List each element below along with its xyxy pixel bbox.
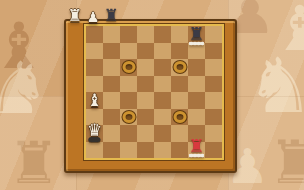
game-screen: ♝♞♜♟♝♞♜♟ ♜♟♜ ♜♝♛♜: [0, 0, 304, 190]
square-e1[interactable]: [154, 142, 171, 159]
square-g4[interactable]: [188, 92, 205, 109]
bishop-silhouette-top-left-icon: ♝: [0, 14, 47, 78]
black-rook-g8[interactable]: ♜: [188, 25, 204, 46]
square-h6[interactable]: [205, 59, 222, 76]
knight-silhouette-left-icon: ♞: [0, 52, 51, 124]
square-c3[interactable]: [120, 109, 137, 126]
square-d3[interactable]: [137, 109, 154, 126]
square-f7[interactable]: [171, 43, 188, 60]
rook-silhouette-bottom-left-icon: ♜: [8, 134, 60, 190]
square-d7[interactable]: [137, 43, 154, 60]
square-e6[interactable]: [154, 59, 171, 76]
hole-f6: [173, 61, 186, 73]
square-b3[interactable]: [103, 109, 120, 126]
square-d4[interactable]: [137, 92, 154, 109]
square-h5[interactable]: [205, 76, 222, 93]
square-b2[interactable]: [103, 125, 120, 142]
red-rook-g1[interactable]: ♜: [188, 137, 204, 158]
square-c6[interactable]: [120, 59, 137, 76]
knight-silhouette-right-icon: ♞: [246, 48, 304, 124]
square-b5[interactable]: [103, 76, 120, 93]
square-f8[interactable]: [171, 26, 188, 43]
square-f2[interactable]: [171, 125, 188, 142]
board-grid: ♜♝♛♜: [84, 24, 224, 160]
square-b6[interactable]: [103, 59, 120, 76]
square-f5[interactable]: [171, 76, 188, 93]
square-c8[interactable]: [120, 26, 137, 43]
square-h1[interactable]: [205, 142, 222, 159]
white-rook-icon: ♜: [68, 8, 82, 24]
square-a4[interactable]: ♝: [86, 92, 103, 109]
piece-pedestal-base: [89, 137, 101, 142]
square-d6[interactable]: [137, 59, 154, 76]
square-a6[interactable]: [86, 59, 103, 76]
square-e5[interactable]: [154, 76, 171, 93]
piece-ball-base: [189, 41, 204, 46]
hole-c3: [122, 111, 135, 123]
square-h3[interactable]: [205, 109, 222, 126]
square-c4[interactable]: [120, 92, 137, 109]
square-c7[interactable]: [120, 43, 137, 60]
square-a8[interactable]: [86, 26, 103, 43]
rook-silhouette-bottom-right-icon: ♜: [268, 132, 304, 190]
bishop-silhouette-top-right-icon: ♝: [272, 0, 304, 60]
square-c1[interactable]: [120, 142, 137, 159]
captured-white-pawn: ♟: [84, 2, 102, 24]
white-bishop-a4[interactable]: ♝: [87, 92, 102, 109]
square-d1[interactable]: [137, 142, 154, 159]
square-e8[interactable]: [154, 26, 171, 43]
captured-white-rook: ♜: [66, 2, 84, 24]
square-g5[interactable]: [188, 76, 205, 93]
square-b8[interactable]: [103, 26, 120, 43]
white-bishop-icon: ♝: [87, 92, 102, 109]
square-h7[interactable]: [205, 43, 222, 60]
square-d8[interactable]: [137, 26, 154, 43]
square-e3[interactable]: [154, 109, 171, 126]
square-g3[interactable]: [188, 109, 205, 126]
captured-black-rook: ♜: [102, 2, 120, 24]
square-d2[interactable]: [137, 125, 154, 142]
square-c5[interactable]: [120, 76, 137, 93]
square-f3[interactable]: [171, 109, 188, 126]
square-b4[interactable]: [103, 92, 120, 109]
square-h2[interactable]: [205, 125, 222, 142]
square-h4[interactable]: [205, 92, 222, 109]
square-b1[interactable]: [103, 142, 120, 159]
square-g6[interactable]: [188, 59, 205, 76]
square-b7[interactable]: [103, 43, 120, 60]
square-f1[interactable]: [171, 142, 188, 159]
square-h8[interactable]: [205, 26, 222, 43]
square-c2[interactable]: [120, 125, 137, 142]
white-queen-a2[interactable]: ♛: [87, 122, 102, 142]
hole-c6: [122, 61, 135, 73]
black-rook-icon: ♜: [103, 7, 118, 24]
white-pawn-icon: ♟: [87, 10, 100, 24]
square-f4[interactable]: [171, 92, 188, 109]
square-e7[interactable]: [154, 43, 171, 60]
square-g8[interactable]: ♜: [188, 26, 205, 43]
square-a1[interactable]: [86, 142, 103, 159]
square-d5[interactable]: [137, 76, 154, 93]
square-f6[interactable]: [171, 59, 188, 76]
square-e2[interactable]: [154, 125, 171, 142]
square-g1[interactable]: ♜: [188, 142, 205, 159]
hole-f3: [173, 111, 186, 123]
background-tile-shade-right: [228, 0, 304, 190]
piece-ball-base: [189, 153, 204, 158]
square-a2[interactable]: ♛: [86, 125, 103, 142]
square-e4[interactable]: [154, 92, 171, 109]
square-a7[interactable]: [86, 43, 103, 60]
board: ♜♝♛♜: [64, 19, 237, 173]
